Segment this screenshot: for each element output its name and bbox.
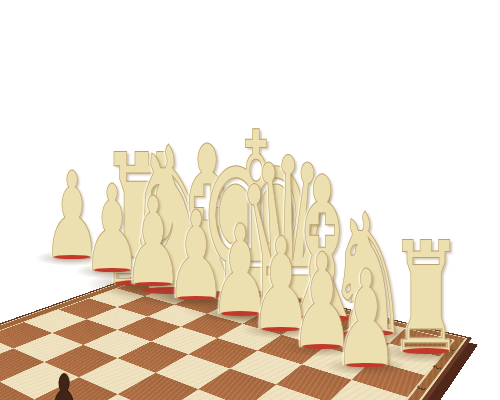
red-felt-base: [346, 363, 386, 368]
black-pawn-glyph: ♟: [35, 360, 93, 400]
photo-scene: 12345678hgfedcba ♜ ♞ ♝ ♚ ♛ ♝ ♞ ♜: [0, 0, 500, 400]
